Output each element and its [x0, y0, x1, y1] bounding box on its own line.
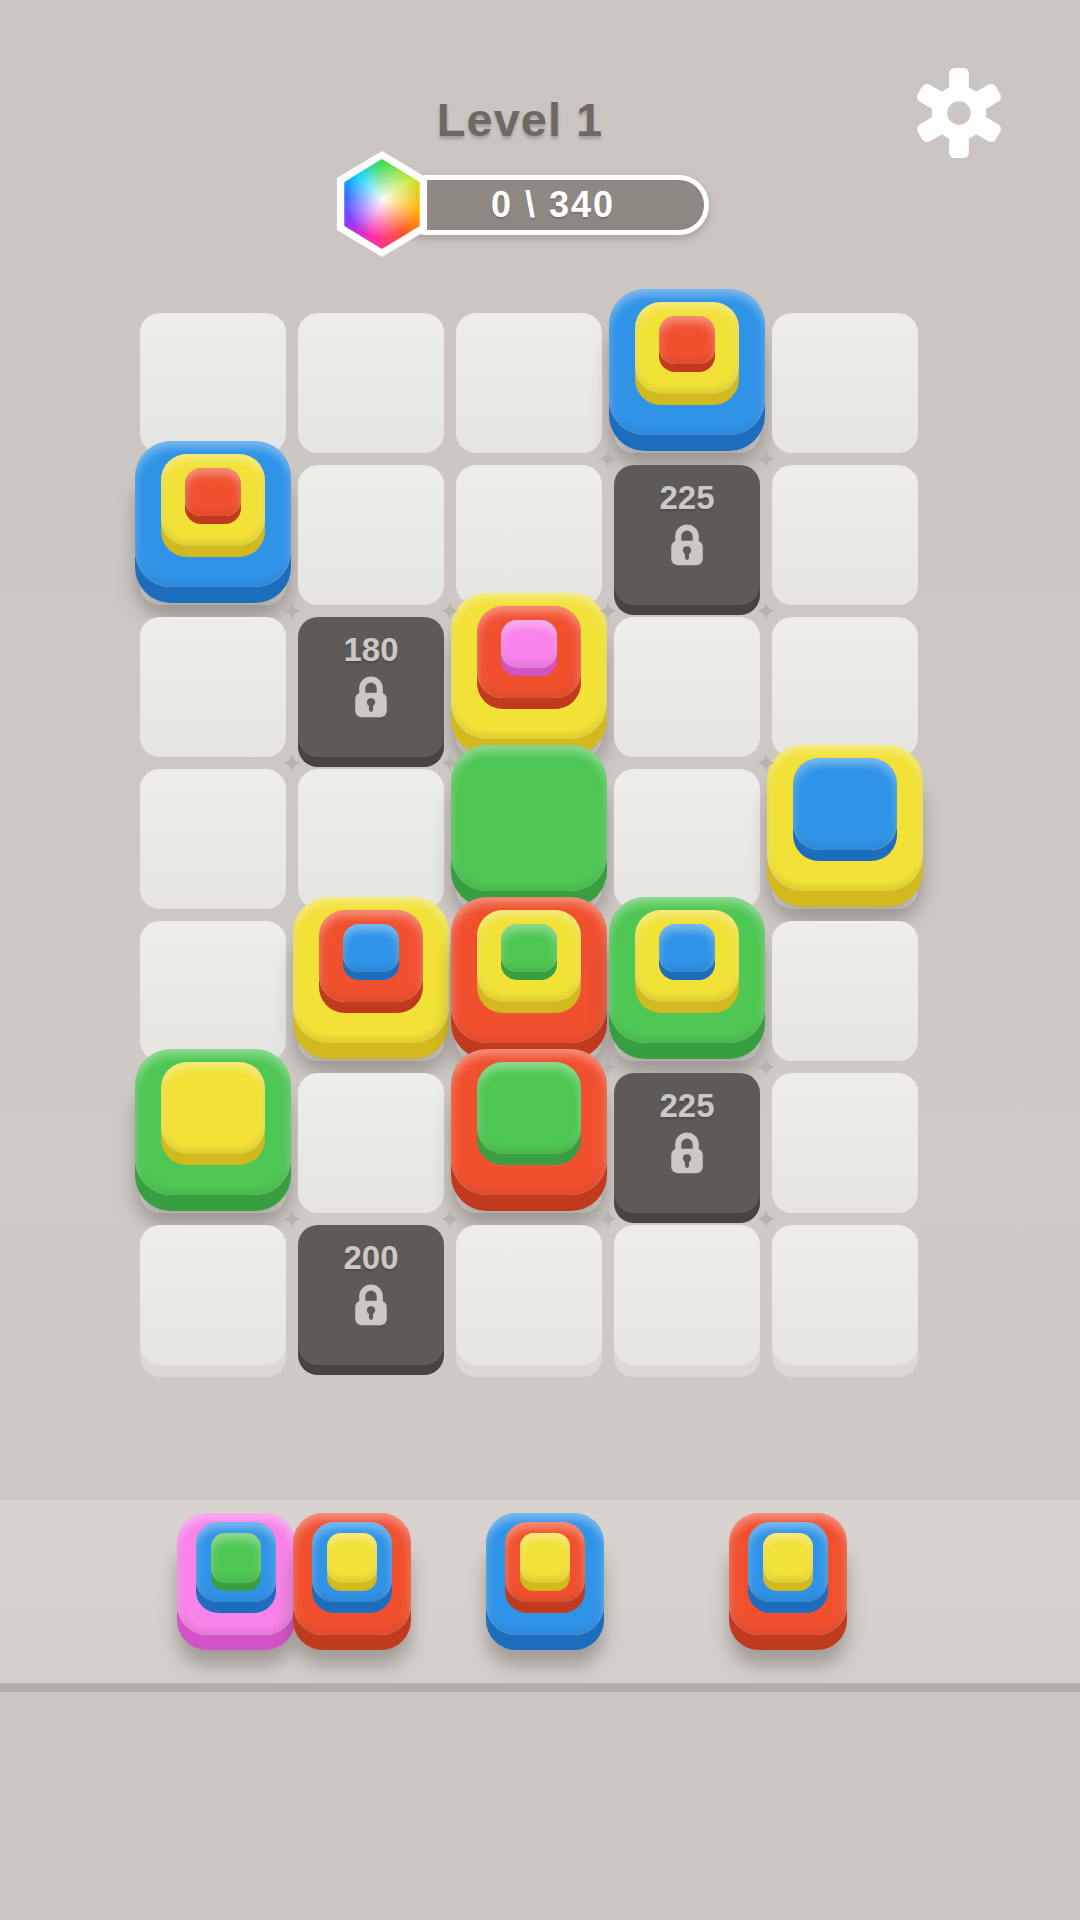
block-stack-red-green: [456, 1073, 602, 1213]
rainbow-hexagon-icon: [333, 150, 431, 258]
tray-stack-pink-blue-green[interactable]: [177, 1513, 295, 1653]
sparkle-icon: [437, 598, 463, 624]
tray-stack-red-blue-yellow[interactable]: [729, 1513, 847, 1653]
board-tile: [140, 313, 286, 453]
board-tile: [140, 769, 286, 909]
sparkle-icon: [595, 1054, 621, 1080]
progress-text: 0 \ 340: [491, 184, 615, 226]
board-tile: [772, 465, 918, 605]
board-tile: [298, 313, 444, 453]
progress-bar: 0 \ 340: [397, 175, 709, 235]
stack-layer-yellow: [635, 302, 739, 394]
locked-cell: 180: [298, 617, 444, 757]
board-tile: [140, 1225, 286, 1365]
lock-icon: [666, 521, 708, 569]
board-tile: [772, 617, 918, 757]
rainbow-hexagon-gradient: [341, 158, 423, 250]
sparkle-icon: [753, 750, 779, 776]
locked-cell: 225: [614, 1073, 760, 1213]
stack-layer-red: [451, 1049, 607, 1195]
board-tile: [614, 769, 760, 909]
gear-icon[interactable]: [912, 64, 1006, 162]
board-tile: [140, 1073, 286, 1213]
stack-layer-yellow: [635, 910, 739, 1002]
sparkle-icon: [753, 1054, 779, 1080]
progress-widget: 0 \ 340: [333, 150, 713, 265]
sparkle-icon: [279, 750, 305, 776]
stack-layer-blue: [793, 758, 897, 850]
board-tile: [614, 1225, 760, 1365]
shelf-edge: [0, 1683, 1080, 1692]
tray-stack-red-blue-yellow[interactable]: [293, 1513, 411, 1653]
stack-layer-red: [451, 897, 607, 1043]
board-tile: [772, 313, 918, 453]
sparkle-icon: [595, 598, 621, 624]
block-stack-green: [456, 769, 602, 909]
block-stack-red-yellow-green: [456, 921, 602, 1061]
game-screen: { "game": "color-block-stack-puzzle (Sta…: [0, 0, 1080, 1920]
stack-layer-red: [477, 606, 581, 698]
stack-layer-blue: [343, 924, 399, 972]
board-tile: [456, 617, 602, 757]
block-stack-blue-yellow-red: [614, 313, 760, 453]
board-tile: [456, 313, 602, 453]
stack-layer-red: [185, 468, 241, 516]
board-tile: [456, 769, 602, 909]
stack-layer-green: [609, 897, 765, 1043]
sparkle-icon: [279, 1206, 305, 1232]
sparkle-icon: [595, 446, 621, 472]
block-stack-blue-red-yellow: [486, 1513, 604, 1653]
board-tile: [140, 921, 286, 1061]
stack-layer-green: [477, 1062, 581, 1154]
stack-layer-yellow: [161, 1062, 265, 1154]
stack-layer-yellow: [477, 910, 581, 1002]
board-tile: [456, 465, 602, 605]
stack-layer-yellow: [161, 454, 265, 546]
stack-layer-red: [319, 910, 423, 1002]
sparkle-icon: [753, 1206, 779, 1232]
board-tile: [298, 465, 444, 605]
board-tile: [772, 769, 918, 909]
board-tile: [456, 1073, 602, 1213]
board-tile: [772, 1225, 918, 1365]
sparkle-icon: [753, 446, 779, 472]
stack-layer-yellow: [520, 1533, 570, 1583]
lock-unlock-count: 225: [659, 1087, 714, 1125]
lock-icon: [666, 1129, 708, 1177]
level-title: Level 1: [0, 92, 1040, 147]
board-tile: [298, 921, 444, 1061]
block-stack-yellow-red-pink: [456, 617, 602, 757]
locked-cell: 225: [614, 465, 760, 605]
stack-layer-pink: [501, 620, 557, 668]
board-tile: [772, 1073, 918, 1213]
stack-layer-green: [211, 1533, 261, 1583]
block-stack-green-yellow-blue: [614, 921, 760, 1061]
stack-layer-yellow: [293, 897, 449, 1043]
board-tile: [140, 465, 286, 605]
stack-layer-blue: [659, 924, 715, 972]
board-tile: [772, 921, 918, 1061]
stack-layer-green: [135, 1049, 291, 1195]
sparkle-icon: [753, 598, 779, 624]
stack-layer-blue: [609, 289, 765, 435]
block-stack-red-blue-yellow: [729, 1513, 847, 1653]
stack-layer-green: [501, 924, 557, 972]
board-tile: [456, 921, 602, 1061]
stack-layer-red: [659, 316, 715, 364]
stack-layer-yellow: [327, 1533, 377, 1583]
board-tile: [298, 769, 444, 909]
board-tile: [298, 1073, 444, 1213]
sparkle-icon: [437, 750, 463, 776]
locked-cell: 200: [298, 1225, 444, 1365]
sparkle-icon: [437, 1206, 463, 1232]
block-stack-yellow-red-blue: [298, 921, 444, 1061]
block-stack-blue-yellow-red: [140, 465, 286, 605]
lock-unlock-count: 225: [659, 479, 714, 517]
lock-unlock-count: 200: [343, 1239, 398, 1277]
tray-stack-blue-red-yellow[interactable]: [486, 1513, 604, 1653]
block-stack-green-yellow: [140, 1073, 286, 1213]
sparkle-icon: [279, 598, 305, 624]
lock-unlock-count: 180: [343, 631, 398, 669]
board-grid: 225180225200: [140, 313, 918, 1365]
board-tile: [614, 313, 760, 453]
stack-layer-yellow: [763, 1533, 813, 1583]
block-stack-red-blue-yellow: [293, 1513, 411, 1653]
board-tile: [614, 617, 760, 757]
lock-icon: [350, 1281, 392, 1329]
stack-layer-yellow: [451, 593, 607, 739]
stack-layer-yellow: [767, 745, 923, 891]
board-tile: [614, 921, 760, 1061]
sparkle-icon: [595, 1206, 621, 1232]
floor-background: [0, 1692, 1080, 1920]
board-tile: [140, 617, 286, 757]
stack-layer-blue: [135, 441, 291, 587]
block-stack-yellow-blue: [772, 769, 918, 909]
stack-layer-green: [451, 745, 607, 891]
block-stack-pink-blue-green: [177, 1513, 295, 1653]
board-tile: [456, 1225, 602, 1365]
lock-icon: [350, 673, 392, 721]
